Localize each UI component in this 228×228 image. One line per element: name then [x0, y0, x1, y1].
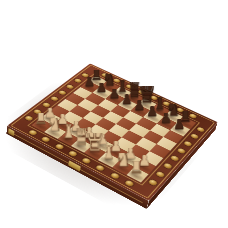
piece-glyph: ♜ [130, 157, 145, 175]
square-h7[interactable]: ♟ [170, 123, 190, 136]
frame-ornament [28, 129, 38, 135]
chess-board: ♜♞♝♛♚♝♞♜♟♟♟♟♟♟♟♟♟♟♟♟♟♟♟♟♜♞♝♛♚♝♞♜ [7, 63, 218, 200]
frame-ornament [68, 150, 78, 157]
brass-hinge [8, 128, 14, 136]
frame-ornament [183, 140, 192, 146]
frame-ornament [177, 148, 187, 155]
frame-ornament [54, 143, 64, 150]
square-a5[interactable] [65, 93, 85, 105]
piece-black-pawn[interactable]: ♟ [154, 119, 205, 130]
board-frame: ♜♞♝♛♚♝♞♜♟♟♟♟♟♟♟♟♟♟♟♟♟♟♟♟♜♞♝♛♚♝♞♜ [7, 63, 218, 200]
piece-white-rook[interactable]: ♜ [109, 161, 165, 175]
frame-ornament [58, 90, 67, 95]
piece-glyph: ♟ [174, 116, 186, 130]
frame-ornament [190, 133, 199, 139]
frame-ornament [148, 179, 158, 186]
frame-ornament [110, 172, 120, 179]
frame-ornament [41, 136, 51, 143]
frame-ornament [95, 165, 105, 172]
frame-ornament [81, 157, 91, 164]
frame-ornament [124, 180, 134, 187]
chess-set-photo: ♜♞♝♛♚♝♞♜♟♟♟♟♟♟♟♟♟♟♟♟♟♟♟♟♜♞♝♛♚♝♞♜ [0, 0, 228, 228]
